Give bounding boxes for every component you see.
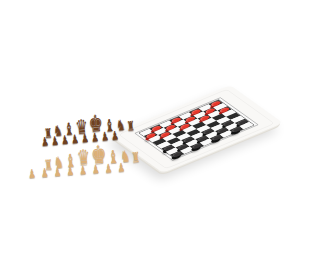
chess-piece-light-pawn: ♟	[66, 165, 74, 177]
board-play-area	[134, 97, 258, 160]
chess-piece-light-rook: ♜	[131, 150, 141, 165]
chess-piece-light-pawn: ♟	[117, 161, 125, 173]
product-photo-scene: ♜♞♝♛♚♝♞♜ ♟♟♟♟♟♟♟♟ ♜♞♝♛♚♝♞♜ ♟♟♟♟♟♟♟♟	[0, 0, 320, 267]
chess-piece-light-pawn: ♟	[41, 167, 49, 179]
light-chess-pawn-row: ♟♟♟♟♟♟♟♟	[28, 161, 125, 180]
checker-grid	[138, 99, 254, 158]
chess-piece-dark-rook: ♜	[126, 119, 135, 133]
chess-piece-light-pawn: ♟	[54, 166, 62, 178]
chess-piece-light-pawn: ♟	[92, 163, 100, 175]
chess-piece-light-pawn: ♟	[105, 162, 113, 174]
chess-piece-light-pawn: ♟	[79, 164, 87, 176]
chess-piece-light-pawn: ♟	[28, 168, 36, 180]
